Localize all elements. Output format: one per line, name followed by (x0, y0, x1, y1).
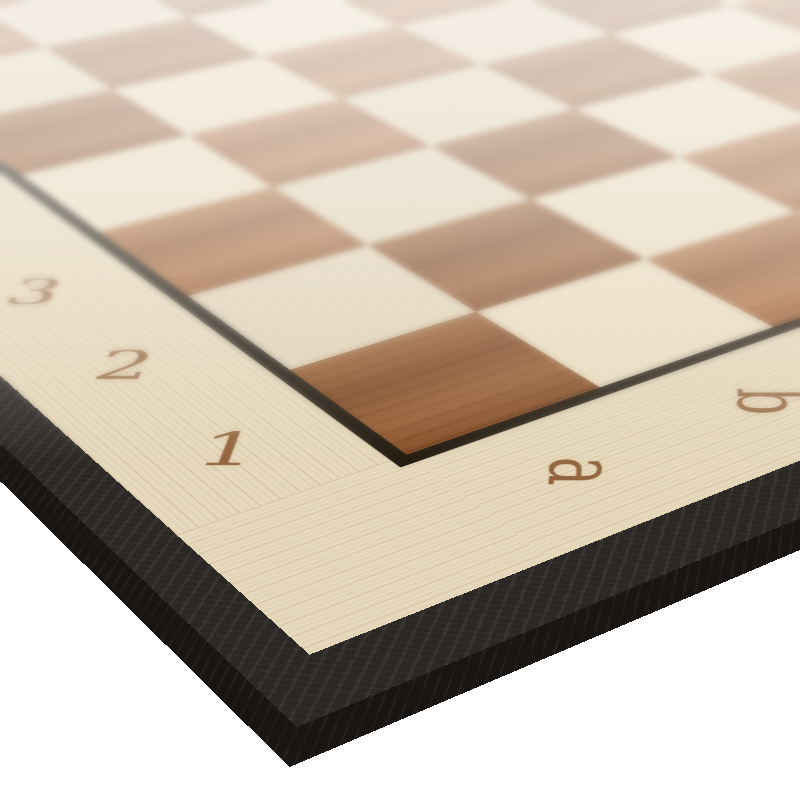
chessboard-photo: 87654321 hgfedcba 87654321 hgfedcba (0, 0, 800, 800)
file-label-b: b (722, 388, 800, 415)
chess-board: 87654321 hgfedcba 87654321 hgfedcba (0, 0, 800, 655)
rank-label-3: 3 (0, 275, 71, 310)
file-label-a: a (532, 457, 632, 486)
rank-label-2: 2 (86, 345, 163, 385)
board-scene: 87654321 hgfedcba 87654321 hgfedcba (0, 0, 800, 800)
rank-label-1: 1 (189, 427, 268, 473)
